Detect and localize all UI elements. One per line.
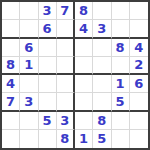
sudoku-cell-r3c8[interactable]: 4 [130, 39, 148, 57]
sudoku-cell-r2c2[interactable] [20, 20, 38, 38]
sudoku-cell-r4c5[interactable] [75, 57, 93, 75]
sudoku-cell-r7c8[interactable] [130, 112, 148, 130]
sudoku-cell-r6c2[interactable]: 3 [20, 93, 38, 111]
sudoku-cell-r4c1[interactable]: 8 [2, 57, 20, 75]
sudoku-cell-r7c7[interactable] [112, 112, 130, 130]
sudoku-board: 378643684812416735538815 [0, 0, 150, 150]
sudoku-cell-r1c7[interactable] [112, 2, 130, 20]
sudoku-cell-r1c2[interactable] [20, 2, 38, 20]
sudoku-cell-r2c7[interactable] [112, 20, 130, 38]
sudoku-cell-r3c3[interactable] [39, 39, 57, 57]
sudoku-cell-r3c2[interactable]: 6 [20, 39, 38, 57]
sudoku-cell-r1c3[interactable]: 3 [39, 2, 57, 20]
sudoku-cell-r3c7[interactable]: 8 [112, 39, 130, 57]
sudoku-cell-r1c1[interactable] [2, 2, 20, 20]
sudoku-cell-r5c2[interactable] [20, 75, 38, 93]
sudoku-cell-r8c8[interactable] [130, 130, 148, 148]
sudoku-cell-r6c7[interactable]: 5 [112, 93, 130, 111]
sudoku-cell-r7c4[interactable]: 3 [57, 112, 75, 130]
sudoku-cell-r5c5[interactable] [75, 75, 93, 93]
sudoku-cell-r5c7[interactable]: 1 [112, 75, 130, 93]
sudoku-cell-r2c8[interactable] [130, 20, 148, 38]
sudoku-cell-r4c6[interactable] [93, 57, 111, 75]
sudoku-cell-r7c3[interactable]: 5 [39, 112, 57, 130]
sudoku-cell-r7c6[interactable]: 8 [93, 112, 111, 130]
sudoku-cell-r1c6[interactable] [93, 2, 111, 20]
sudoku-cell-r8c6[interactable]: 5 [93, 130, 111, 148]
sudoku-cell-r7c5[interactable] [75, 112, 93, 130]
sudoku-cell-r4c8[interactable]: 2 [130, 57, 148, 75]
sudoku-cell-r2c5[interactable]: 4 [75, 20, 93, 38]
sudoku-cell-r4c3[interactable] [39, 57, 57, 75]
sudoku-cell-r6c8[interactable] [130, 93, 148, 111]
sudoku-cell-r3c6[interactable] [93, 39, 111, 57]
sudoku-cell-r8c2[interactable] [20, 130, 38, 148]
sudoku-cell-r5c6[interactable] [93, 75, 111, 93]
sudoku-cell-r6c4[interactable] [57, 93, 75, 111]
sudoku-cell-r2c3[interactable]: 6 [39, 20, 57, 38]
sudoku-cell-r6c6[interactable] [93, 93, 111, 111]
sudoku-cell-r2c1[interactable] [2, 20, 20, 38]
sudoku-cell-r1c4[interactable]: 7 [57, 2, 75, 20]
sudoku-cell-r2c6[interactable]: 3 [93, 20, 111, 38]
sudoku-cell-r8c7[interactable] [112, 130, 130, 148]
sudoku-cell-r5c4[interactable] [57, 75, 75, 93]
sudoku-cell-r4c2[interactable]: 1 [20, 57, 38, 75]
sudoku-cell-r1c5[interactable]: 8 [75, 2, 93, 20]
sudoku-cell-r5c1[interactable]: 4 [2, 75, 20, 93]
sudoku-cell-r7c1[interactable] [2, 112, 20, 130]
sudoku-cell-r3c1[interactable] [2, 39, 20, 57]
sudoku-cell-r5c8[interactable]: 6 [130, 75, 148, 93]
sudoku-cell-r6c5[interactable] [75, 93, 93, 111]
sudoku-cell-r1c8[interactable] [130, 2, 148, 20]
sudoku-cell-r2c4[interactable] [57, 20, 75, 38]
sudoku-cell-r4c4[interactable] [57, 57, 75, 75]
sudoku-cell-r5c3[interactable] [39, 75, 57, 93]
sudoku-cell-r7c2[interactable] [20, 112, 38, 130]
sudoku-cell-r6c1[interactable]: 7 [2, 93, 20, 111]
sudoku-cell-r3c5[interactable] [75, 39, 93, 57]
sudoku-cell-r8c1[interactable] [2, 130, 20, 148]
sudoku-cell-r8c4[interactable]: 8 [57, 130, 75, 148]
sudoku-cell-r8c3[interactable] [39, 130, 57, 148]
sudoku-cell-r8c5[interactable]: 1 [75, 130, 93, 148]
sudoku-cell-r6c3[interactable] [39, 93, 57, 111]
sudoku-cell-r3c4[interactable] [57, 39, 75, 57]
sudoku-cell-r4c7[interactable] [112, 57, 130, 75]
